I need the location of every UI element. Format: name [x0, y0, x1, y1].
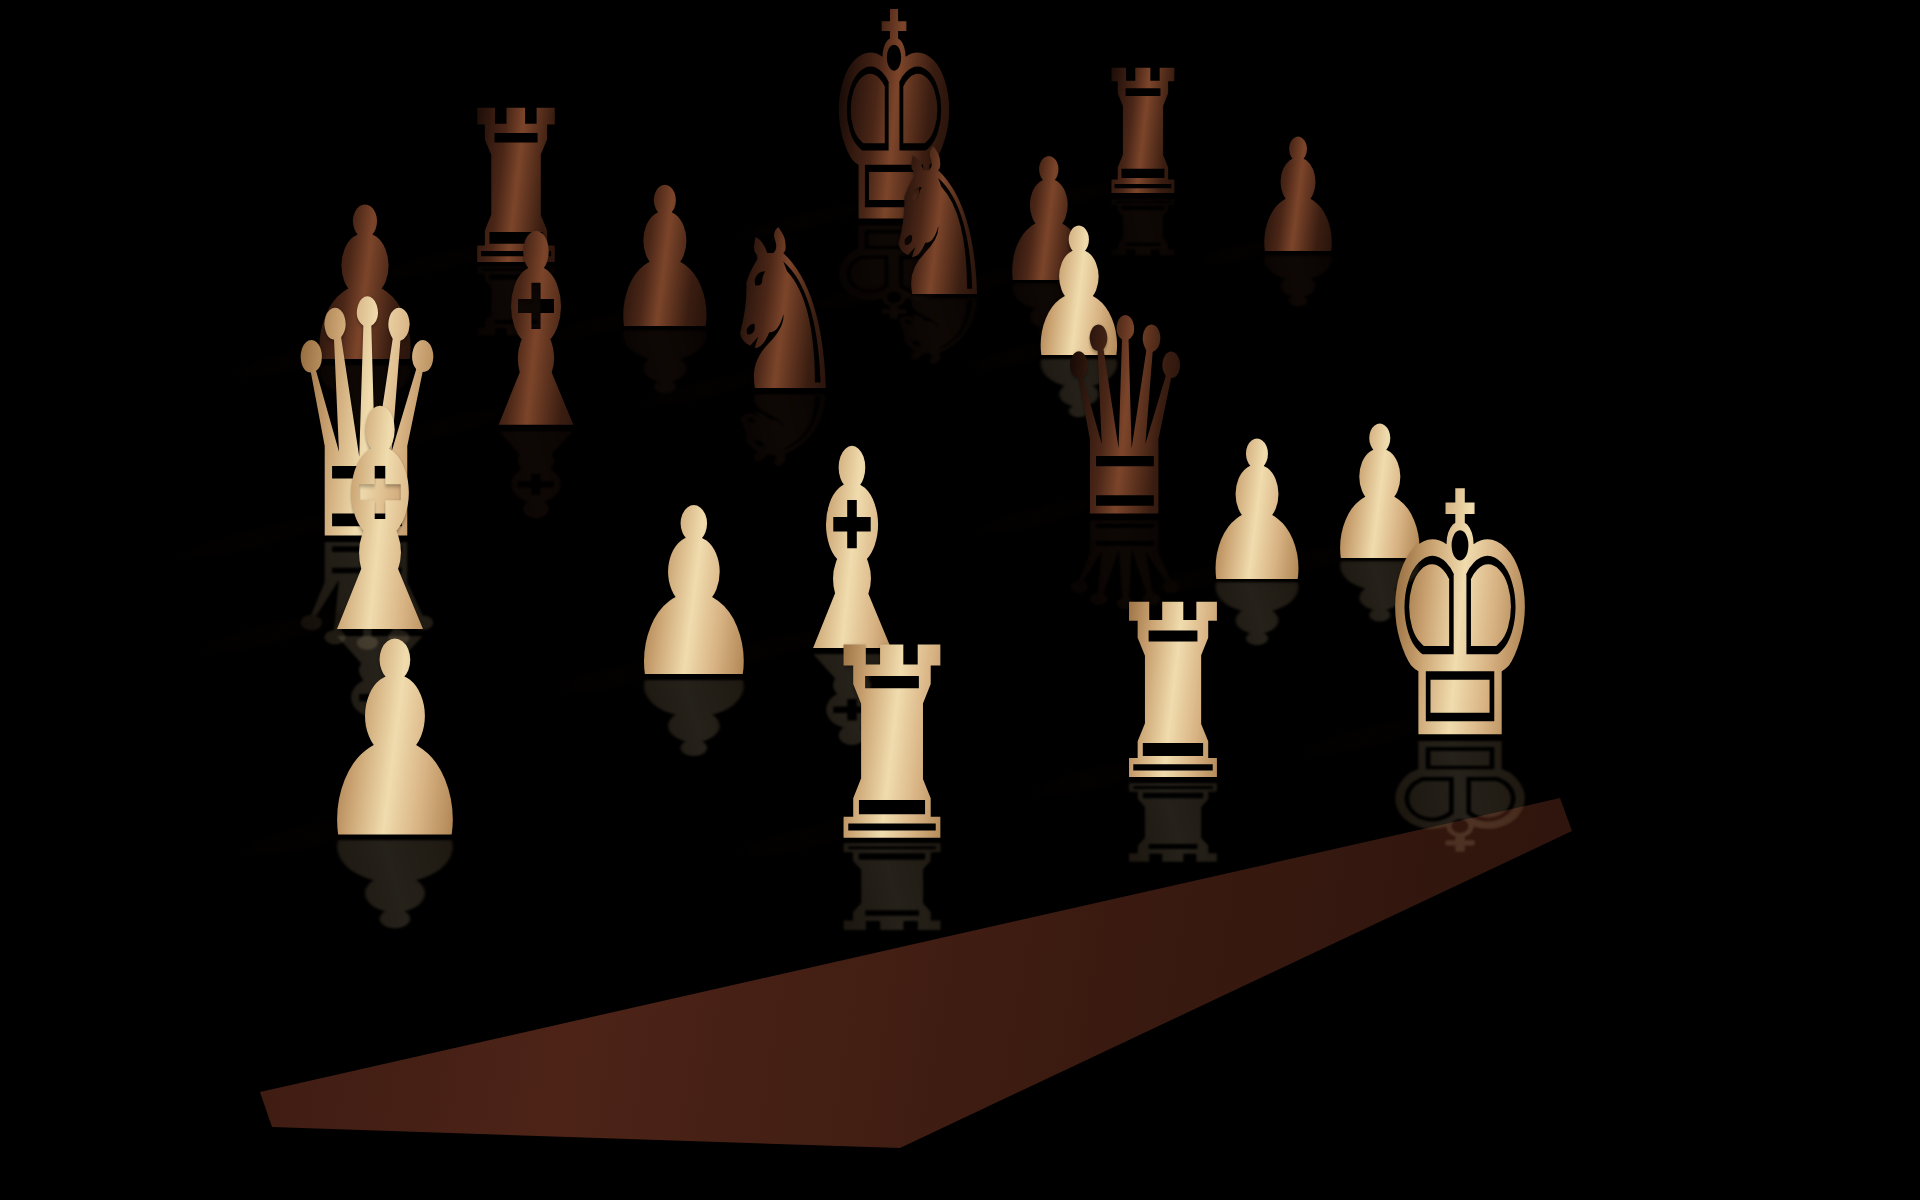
- pawn-icon: ♟: [602, 162, 727, 355]
- pawn-icon: ♟: [1248, 120, 1349, 277]
- pawn-icon: ♟: [309, 608, 482, 876]
- king-icon: ♚: [1377, 449, 1543, 786]
- bishop-icon: ♝: [465, 201, 608, 467]
- chess-scene: ♜♜♚♚♟♟♜♜♟♟♞♞♟♟♟♟♟♟♞♞♝♝♛♛♛♛♟♟♟♟♝♝♝♝♟♟♚♚♜♜…: [0, 0, 1920, 1200]
- pawn-icon: ♟: [619, 479, 768, 710]
- rook-icon: ♜: [815, 613, 969, 878]
- knight-icon: ♞: [876, 123, 999, 325]
- pieces-layer: ♜♜♚♚♟♟♜♜♟♟♞♞♟♟♟♟♟♟♞♞♝♝♛♛♛♛♟♟♟♟♝♝♝♝♟♟♚♚♜♜…: [0, 0, 1920, 1200]
- knight-icon: ♞: [716, 202, 850, 423]
- rook-icon: ♜: [1103, 575, 1243, 815]
- queen-icon: ♛: [1052, 285, 1198, 557]
